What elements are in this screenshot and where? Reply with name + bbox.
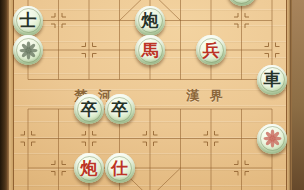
piece-black-hidden[interactable] <box>13 35 43 65</box>
piece-character: 卒 <box>111 100 128 117</box>
piece-character: 士 <box>20 12 37 29</box>
hidden-piece-rosette <box>263 129 282 148</box>
piece-black-pawn[interactable]: 卒 <box>105 94 135 124</box>
piece-unknown-unknown-clipped[interactable] <box>227 0 257 6</box>
piece-red-horse[interactable]: 馬 <box>135 35 165 65</box>
piece-red-hidden[interactable] <box>257 124 287 154</box>
piece-black-chariot[interactable]: 車 <box>257 65 287 95</box>
piece-character: 炮 <box>142 12 159 29</box>
piece-black-cannon[interactable]: 炮 <box>135 6 165 36</box>
piece-character: 炮 <box>81 159 98 176</box>
piece-character: 卒 <box>81 100 98 117</box>
piece-red-pawn[interactable]: 兵 <box>196 35 226 65</box>
piece-black-pawn[interactable]: 卒 <box>74 94 104 124</box>
piece-character: 車 <box>264 71 281 88</box>
piece-red-cannon[interactable]: 炮 <box>74 153 104 183</box>
xiangqi-board: 楚河 漢界 士炮 馬兵車卒卒 炮仕 <box>0 0 304 190</box>
piece-character: 仕 <box>111 159 128 176</box>
piece-character: 馬 <box>142 41 159 58</box>
hidden-piece-rosette <box>19 41 38 60</box>
piece-red-advisor[interactable]: 仕 <box>105 153 135 183</box>
piece-black-advisor[interactable]: 士 <box>13 6 43 36</box>
pieces-layer: 士炮 馬兵車卒卒 炮仕 <box>0 0 304 190</box>
piece-character: 兵 <box>203 41 220 58</box>
